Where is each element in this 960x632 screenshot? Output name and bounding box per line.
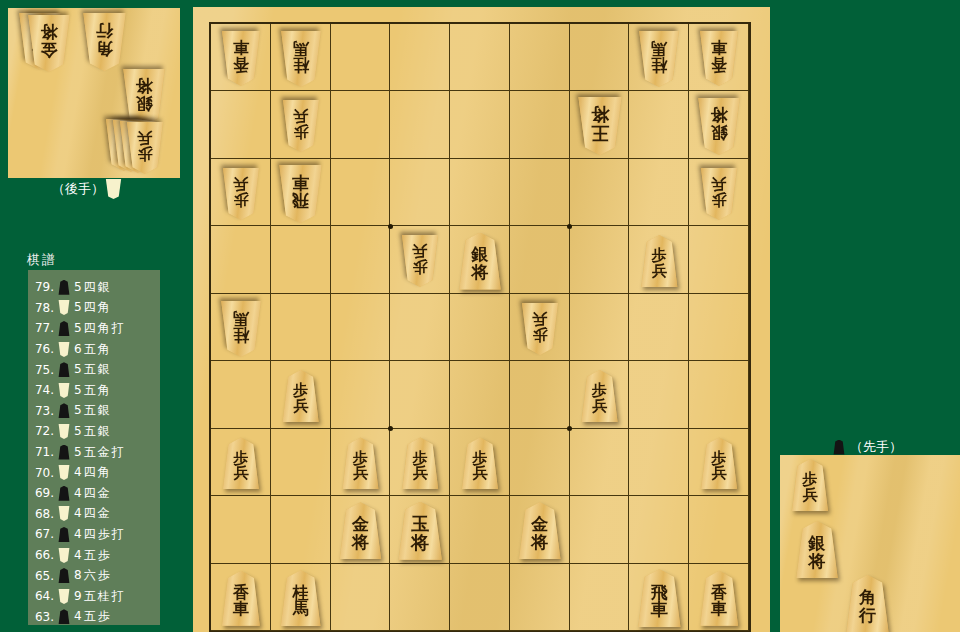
board-cell[interactable] bbox=[450, 294, 510, 361]
kifu-move-text: 5四角 bbox=[74, 299, 112, 316]
board-cell[interactable] bbox=[390, 294, 450, 361]
sente-move-icon bbox=[58, 486, 70, 501]
sente-move-icon bbox=[58, 609, 70, 624]
piece-sente-歩兵[interactable]: 歩兵 bbox=[400, 437, 440, 489]
gote-move-icon bbox=[58, 424, 70, 439]
sente-move-icon bbox=[58, 280, 70, 295]
gote-move-icon bbox=[58, 342, 70, 357]
kifu-move-list: 79.5四銀78.5四角77.5四角打76.6五角75.5五銀74.5五角73.… bbox=[28, 270, 160, 625]
board-cell[interactable] bbox=[510, 429, 570, 496]
kifu-move-text: 5五銀 bbox=[74, 402, 112, 419]
kifu-move-text: 4五歩 bbox=[74, 608, 112, 625]
kifu-move-text: 5四角打 bbox=[74, 320, 126, 337]
shogi-board[interactable]: 香車桂馬桂馬香車歩兵王将銀将歩兵飛車歩兵歩兵銀将歩兵桂馬歩兵歩兵歩兵歩兵歩兵歩兵… bbox=[209, 22, 751, 632]
kifu-move-text: 4五歩 bbox=[74, 547, 112, 564]
kifu-row[interactable]: 63.4五歩 bbox=[28, 607, 160, 628]
board-cell[interactable] bbox=[570, 496, 630, 563]
kifu-row[interactable]: 65.8六歩 bbox=[28, 565, 160, 586]
board-cell[interactable] bbox=[510, 361, 570, 428]
piece-kanji: 飛車 bbox=[292, 173, 309, 208]
board-cell[interactable] bbox=[570, 294, 630, 361]
piece-gote-歩兵[interactable]: 歩兵 bbox=[281, 100, 321, 152]
board-cell[interactable] bbox=[629, 294, 689, 361]
board-cell[interactable] bbox=[390, 564, 450, 631]
piece-kanji: 歩兵 bbox=[233, 451, 248, 482]
piece-sente-歩兵[interactable]: 歩兵 bbox=[281, 370, 321, 422]
kifu-row[interactable]: 66.4五歩 bbox=[28, 545, 160, 566]
board-cell[interactable] bbox=[331, 294, 391, 361]
kifu-move-number: 70. bbox=[28, 466, 54, 480]
piece-gote-歩兵[interactable]: 歩兵 bbox=[125, 122, 165, 174]
piece-kanji: 銀将 bbox=[472, 246, 489, 281]
piece-sente-歩兵[interactable]: 歩兵 bbox=[639, 235, 679, 287]
piece-gote-桂馬[interactable]: 桂馬 bbox=[219, 301, 263, 357]
gote-move-icon bbox=[58, 506, 70, 521]
board-cell[interactable] bbox=[331, 564, 391, 631]
kifu-move-number: 68. bbox=[28, 507, 54, 521]
board-cell[interactable] bbox=[390, 159, 450, 226]
board-cell[interactable] bbox=[331, 226, 391, 293]
piece-kanji: 歩兵 bbox=[353, 451, 368, 482]
board-cell[interactable] bbox=[211, 226, 271, 293]
board-cell[interactable] bbox=[510, 24, 570, 91]
piece-sente-歩兵[interactable]: 歩兵 bbox=[790, 459, 830, 511]
board-cell[interactable] bbox=[331, 159, 391, 226]
piece-sente-歩兵[interactable]: 歩兵 bbox=[699, 437, 739, 489]
board-cell[interactable] bbox=[510, 226, 570, 293]
kifu-move-text: 5五銀 bbox=[74, 423, 112, 440]
piece-kanji: 桂馬 bbox=[293, 585, 309, 618]
sente-move-icon bbox=[58, 362, 70, 377]
piece-kanji: 金将 bbox=[531, 516, 548, 551]
board-cell[interactable] bbox=[629, 91, 689, 158]
board-cell[interactable] bbox=[271, 496, 331, 563]
gote-move-icon bbox=[58, 548, 70, 563]
board-cell[interactable] bbox=[510, 159, 570, 226]
kifu-move-text: 8六歩 bbox=[74, 567, 112, 584]
piece-kanji: 歩兵 bbox=[592, 383, 607, 414]
piece-kanji: 歩兵 bbox=[712, 451, 727, 482]
board-star-point bbox=[388, 224, 393, 229]
board-cell[interactable] bbox=[211, 91, 271, 158]
board-cell[interactable] bbox=[450, 496, 510, 563]
board-cell[interactable] bbox=[629, 429, 689, 496]
kifu-move-number: 73. bbox=[28, 404, 54, 418]
piece-kanji: 銀将 bbox=[711, 105, 728, 140]
sente-label-text: （先手） bbox=[850, 438, 902, 456]
piece-kanji: 歩兵 bbox=[652, 248, 667, 279]
piece-kanji: 歩兵 bbox=[413, 451, 428, 482]
piece-sente-香車[interactable]: 香車 bbox=[220, 571, 262, 626]
kifu-move-number: 67. bbox=[28, 527, 54, 541]
board-cell[interactable] bbox=[570, 429, 630, 496]
piece-sente-銀将[interactable]: 銀将 bbox=[794, 521, 840, 578]
piece-sente-歩兵[interactable]: 歩兵 bbox=[221, 437, 261, 489]
kifu-row[interactable]: 69.4四金 bbox=[28, 483, 160, 504]
kifu-move-text: 5五角 bbox=[74, 382, 112, 399]
board-cell[interactable] bbox=[450, 564, 510, 631]
kifu-move-number: 78. bbox=[28, 301, 54, 315]
piece-gote-銀将[interactable]: 銀将 bbox=[696, 98, 742, 155]
kifu-move-number: 77. bbox=[28, 321, 54, 335]
piece-gote-飛車[interactable]: 飛車 bbox=[277, 165, 324, 223]
board-cell[interactable] bbox=[390, 91, 450, 158]
kifu-row[interactable]: 71.5五金打 bbox=[28, 442, 160, 463]
piece-kanji: 銀将 bbox=[809, 535, 826, 570]
board-cell[interactable] bbox=[689, 294, 749, 361]
board-cell[interactable] bbox=[271, 226, 331, 293]
piece-kanji: 香車 bbox=[233, 585, 249, 618]
kifu-move-text: 5五銀 bbox=[74, 361, 112, 378]
kifu-move-text: 4四角 bbox=[74, 464, 112, 481]
piece-kanji: 歩兵 bbox=[712, 175, 727, 206]
kifu-move-number: 72. bbox=[28, 424, 54, 438]
kifu-row[interactable]: 74.5五角 bbox=[28, 380, 160, 401]
gote-move-icon bbox=[58, 383, 70, 398]
kifu-move-text: 4四歩打 bbox=[74, 526, 126, 543]
piece-kanji: 歩兵 bbox=[138, 129, 153, 160]
piece-sente-銀将[interactable]: 銀将 bbox=[457, 233, 503, 290]
sente-move-icon bbox=[58, 445, 70, 460]
kifu-move-number: 65. bbox=[28, 569, 54, 583]
sente-piece-icon bbox=[833, 440, 845, 455]
piece-kanji: 歩兵 bbox=[233, 175, 248, 206]
board-cell[interactable] bbox=[510, 91, 570, 158]
piece-kanji: 歩兵 bbox=[473, 451, 488, 482]
piece-sente-歩兵[interactable]: 歩兵 bbox=[460, 437, 500, 489]
board-cell[interactable] bbox=[331, 24, 391, 91]
piece-sente-歩兵[interactable]: 歩兵 bbox=[580, 370, 620, 422]
gote-label-text: （後手） bbox=[52, 180, 104, 198]
kifu-move-text: 5四銀 bbox=[74, 279, 112, 296]
board-cell[interactable] bbox=[450, 361, 510, 428]
piece-gote-桂馬[interactable]: 桂馬 bbox=[279, 31, 323, 87]
board-cell[interactable] bbox=[331, 361, 391, 428]
piece-gote-桂馬[interactable]: 桂馬 bbox=[637, 31, 681, 87]
sente-move-icon bbox=[58, 321, 70, 336]
piece-kanji: 桂馬 bbox=[651, 39, 667, 72]
kifu-move-number: 66. bbox=[28, 548, 54, 562]
piece-sente-金将[interactable]: 金将 bbox=[337, 502, 383, 559]
sente-label: （先手） bbox=[833, 438, 902, 456]
piece-kanji: 角行 bbox=[96, 21, 113, 56]
piece-kanji: 王将 bbox=[591, 104, 609, 141]
board-star-point bbox=[388, 426, 393, 431]
piece-kanji: 飛車 bbox=[651, 584, 668, 619]
piece-gote-歩兵[interactable]: 歩兵 bbox=[400, 235, 440, 287]
board-cell[interactable] bbox=[390, 361, 450, 428]
kifu-row[interactable]: 70.4四角 bbox=[28, 462, 160, 483]
piece-kanji: 金将 bbox=[41, 23, 58, 58]
piece-gote-歩兵[interactable]: 歩兵 bbox=[699, 168, 739, 220]
board-cell[interactable] bbox=[211, 496, 271, 563]
kifu-row[interactable]: 79.5四銀 bbox=[28, 277, 160, 298]
board-cell[interactable] bbox=[570, 24, 630, 91]
board-cell[interactable] bbox=[689, 226, 749, 293]
board-cell[interactable] bbox=[450, 24, 510, 91]
kifu-move-number: 75. bbox=[28, 363, 54, 377]
piece-sente-飛車[interactable]: 飛車 bbox=[636, 569, 683, 627]
kifu-move-number: 79. bbox=[28, 280, 54, 294]
kifu-move-text: 9五桂打 bbox=[74, 588, 126, 605]
board-cell[interactable] bbox=[689, 361, 749, 428]
board-cell[interactable] bbox=[271, 429, 331, 496]
sente-move-icon bbox=[58, 568, 70, 583]
kifu-row[interactable]: 64.9五桂打 bbox=[28, 586, 160, 607]
board-cell[interactable] bbox=[629, 361, 689, 428]
piece-kanji: 香車 bbox=[711, 39, 727, 72]
board-star-point bbox=[567, 224, 572, 229]
piece-gote-歩兵[interactable]: 歩兵 bbox=[520, 303, 560, 355]
kifu-row[interactable]: 78.5四角 bbox=[28, 298, 160, 319]
board-cell[interactable] bbox=[510, 564, 570, 631]
piece-sente-香車[interactable]: 香車 bbox=[698, 571, 740, 626]
kifu-move-number: 69. bbox=[28, 486, 54, 500]
piece-kanji: 歩兵 bbox=[803, 472, 818, 503]
board-block: 香車桂馬桂馬香車歩兵王将銀将歩兵飛車歩兵歩兵銀将歩兵桂馬歩兵歩兵歩兵歩兵歩兵歩兵… bbox=[193, 7, 770, 632]
gote-captured-tray[interactable]: 金将金将角行銀将歩兵歩兵歩兵歩兵 bbox=[8, 8, 180, 178]
kifu-move-number: 76. bbox=[28, 342, 54, 356]
board-cell[interactable] bbox=[629, 496, 689, 563]
gote-move-icon bbox=[58, 465, 70, 480]
piece-kanji: 歩兵 bbox=[413, 242, 428, 273]
piece-kanji: 歩兵 bbox=[532, 310, 547, 341]
kifu-row[interactable]: 77.5四角打 bbox=[28, 318, 160, 339]
piece-gote-歩兵[interactable]: 歩兵 bbox=[221, 168, 261, 220]
board-cell[interactable] bbox=[390, 24, 450, 91]
board-cell[interactable] bbox=[450, 91, 510, 158]
kifu-move-number: 74. bbox=[28, 383, 54, 397]
piece-sente-桂馬[interactable]: 桂馬 bbox=[279, 570, 323, 626]
kifu-move-text: 4四金 bbox=[74, 485, 112, 502]
board-cell[interactable] bbox=[570, 226, 630, 293]
piece-kanji: 香車 bbox=[711, 585, 727, 618]
kifu-move-text: 5五金打 bbox=[74, 444, 126, 461]
piece-gote-香車[interactable]: 香車 bbox=[220, 31, 262, 86]
kifu-move-number: 63. bbox=[28, 610, 54, 624]
kifu-row[interactable]: 75.5五銀 bbox=[28, 359, 160, 380]
piece-gote-金将[interactable]: 金将 bbox=[26, 15, 72, 72]
piece-kanji: 桂馬 bbox=[233, 309, 249, 342]
kifu-move-text: 4四金 bbox=[74, 505, 112, 522]
kifu-move-number: 64. bbox=[28, 589, 54, 603]
kifu-row[interactable]: 76.6五角 bbox=[28, 339, 160, 360]
board-cell[interactable] bbox=[271, 294, 331, 361]
piece-kanji: 金将 bbox=[352, 516, 369, 551]
sente-move-icon bbox=[58, 403, 70, 418]
board-cell[interactable] bbox=[570, 159, 630, 226]
kifu-row[interactable]: 67.4四歩打 bbox=[28, 524, 160, 545]
piece-sente-金将[interactable]: 金将 bbox=[517, 502, 563, 559]
gote-label: （後手） bbox=[52, 179, 126, 199]
piece-sente-歩兵[interactable]: 歩兵 bbox=[340, 437, 380, 489]
board-cell[interactable] bbox=[689, 496, 749, 563]
piece-gote-王将[interactable]: 王将 bbox=[576, 97, 624, 155]
piece-gote-銀将[interactable]: 銀将 bbox=[121, 69, 167, 126]
piece-kanji: 歩兵 bbox=[293, 383, 308, 414]
piece-kanji: 歩兵 bbox=[293, 108, 308, 139]
board-cell[interactable] bbox=[211, 361, 271, 428]
piece-kanji: 桂馬 bbox=[293, 39, 309, 72]
piece-kanji: 玉将 bbox=[411, 515, 429, 552]
kifu-move-number: 71. bbox=[28, 445, 54, 459]
piece-gote-角行[interactable]: 角行 bbox=[81, 13, 128, 71]
piece-kanji: 銀将 bbox=[136, 77, 153, 112]
piece-gote-香車[interactable]: 香車 bbox=[698, 31, 740, 86]
sente-captured-tray[interactable]: 歩兵銀将角行 bbox=[780, 455, 960, 632]
kifu-move-text: 6五角 bbox=[74, 341, 112, 358]
kifu-row[interactable]: 68.4四金 bbox=[28, 504, 160, 525]
kifu-header: 棋譜 bbox=[27, 251, 57, 269]
kifu-row[interactable]: 73.5五銀 bbox=[28, 401, 160, 422]
board-cell[interactable] bbox=[629, 159, 689, 226]
piece-kanji: 角行 bbox=[859, 589, 876, 624]
kifu-row[interactable]: 72.5五銀 bbox=[28, 421, 160, 442]
board-cell[interactable] bbox=[450, 159, 510, 226]
piece-sente-玉将[interactable]: 玉将 bbox=[396, 502, 444, 560]
gote-piece-icon bbox=[105, 179, 122, 199]
board-cell[interactable] bbox=[331, 91, 391, 158]
piece-kanji: 香車 bbox=[233, 39, 249, 72]
piece-sente-角行[interactable]: 角行 bbox=[844, 575, 891, 632]
gote-move-icon bbox=[58, 589, 70, 604]
board-cell[interactable] bbox=[570, 564, 630, 631]
gote-move-icon bbox=[58, 300, 70, 315]
sente-move-icon bbox=[58, 527, 70, 542]
shogi-app: 金将金将角行銀将歩兵歩兵歩兵歩兵 （後手） 棋譜 79.5四銀78.5四角77.… bbox=[0, 0, 960, 632]
